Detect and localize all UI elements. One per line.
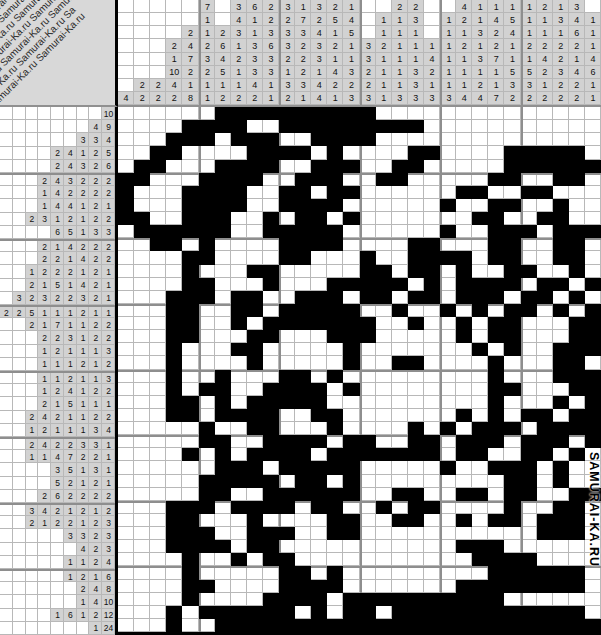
grid-cell-empty[interactable] [263,304,279,317]
grid-cell-empty[interactable] [537,383,553,396]
grid-cell-filled[interactable] [327,107,343,120]
grid-cell-filled[interactable] [537,580,553,593]
grid-cell-empty[interactable] [134,370,150,383]
grid-cell-filled[interactable] [311,107,327,120]
grid-cell-filled[interactable] [295,566,311,579]
grid-cell-filled[interactable] [488,619,504,632]
grid-cell-filled[interactable] [215,120,231,133]
grid-cell-filled[interactable] [504,501,520,514]
grid-cell-filled[interactable] [472,291,488,304]
grid-cell-filled[interactable] [279,317,295,330]
grid-cell-empty[interactable] [327,265,343,278]
grid-cell-empty[interactable] [537,488,553,501]
grid-cell-filled[interactable] [456,593,472,606]
grid-cell-empty[interactable] [199,619,215,632]
grid-cell-empty[interactable] [585,146,601,159]
grid-cell-empty[interactable] [376,540,392,553]
grid-cell-filled[interactable] [215,448,231,461]
grid-cell-empty[interactable] [295,422,311,435]
grid-cell-empty[interactable] [521,527,537,540]
grid-cell-filled[interactable] [199,580,215,593]
grid-cell-empty[interactable] [247,566,263,579]
grid-cell-filled[interactable] [343,186,359,199]
grid-cell-empty[interactable] [343,580,359,593]
grid-cell-filled[interactable] [166,370,182,383]
grid-cell-filled[interactable] [376,120,392,133]
grid-cell-filled[interactable] [199,540,215,553]
grid-cell-filled[interactable] [504,383,520,396]
grid-cell-empty[interactable] [569,540,585,553]
grid-cell-filled[interactable] [553,199,569,212]
grid-cell-empty[interactable] [472,514,488,527]
grid-cell-empty[interactable] [456,343,472,356]
grid-cell-empty[interactable] [150,540,166,553]
grid-cell-filled[interactable] [553,501,569,514]
grid-cell-empty[interactable] [360,553,376,566]
grid-cell-filled[interactable] [295,120,311,133]
grid-cell-filled[interactable] [215,396,231,409]
grid-cell-filled[interactable] [263,527,279,540]
grid-cell-filled[interactable] [215,488,231,501]
grid-cell-empty[interactable] [182,370,198,383]
grid-cell-empty[interactable] [150,304,166,317]
grid-cell-empty[interactable] [166,186,182,199]
grid-cell-filled[interactable] [553,422,569,435]
grid-cell-filled[interactable] [504,330,520,343]
grid-cell-empty[interactable] [360,356,376,369]
grid-cell-empty[interactable] [537,370,553,383]
grid-cell-empty[interactable] [182,619,198,632]
grid-cell-filled[interactable] [343,107,359,120]
grid-cell-empty[interactable] [279,475,295,488]
grid-cell-empty[interactable] [215,278,231,291]
grid-cell-filled[interactable] [569,173,585,186]
grid-cell-empty[interactable] [279,514,295,527]
grid-cell-empty[interactable] [392,580,408,593]
grid-cell-empty[interactable] [569,435,585,448]
grid-cell-empty[interactable] [440,133,456,146]
grid-cell-filled[interactable] [311,619,327,632]
grid-cell-empty[interactable] [182,160,198,173]
grid-cell-empty[interactable] [134,540,150,553]
grid-cell-empty[interactable] [521,370,537,383]
grid-cell-empty[interactable] [472,330,488,343]
grid-cell-filled[interactable] [263,317,279,330]
grid-cell-empty[interactable] [247,488,263,501]
grid-cell-empty[interactable] [537,133,553,146]
grid-cell-empty[interactable] [376,580,392,593]
grid-cell-filled[interactable] [215,409,231,422]
grid-cell-filled[interactable] [327,238,343,251]
grid-cell-filled[interactable] [488,212,504,225]
grid-cell-filled[interactable] [166,540,182,553]
grid-cell-empty[interactable] [424,343,440,356]
grid-cell-filled[interactable] [585,330,601,343]
grid-cell-filled[interactable] [424,435,440,448]
grid-cell-filled[interactable] [569,448,585,461]
grid-cell-empty[interactable] [343,553,359,566]
grid-cell-empty[interactable] [327,212,343,225]
grid-cell-empty[interactable] [472,527,488,540]
grid-cell-filled[interactable] [472,186,488,199]
grid-cell-empty[interactable] [472,238,488,251]
grid-cell-filled[interactable] [166,343,182,356]
grid-cell-empty[interactable] [504,370,520,383]
grid-cell-empty[interactable] [440,409,456,422]
grid-cell-filled[interactable] [199,422,215,435]
grid-cell-empty[interactable] [247,370,263,383]
grid-cell-empty[interactable] [360,475,376,488]
grid-cell-empty[interactable] [504,396,520,409]
grid-cell-empty[interactable] [424,475,440,488]
grid-cell-empty[interactable] [392,370,408,383]
grid-cell-filled[interactable] [488,199,504,212]
grid-cell-filled[interactable] [231,186,247,199]
grid-cell-empty[interactable] [440,107,456,120]
grid-cell-filled[interactable] [392,488,408,501]
grid-cell-filled[interactable] [279,527,295,540]
grid-cell-filled[interactable] [537,448,553,461]
grid-cell-filled[interactable] [376,448,392,461]
grid-cell-empty[interactable] [215,593,231,606]
grid-cell-filled[interactable] [118,173,134,186]
grid-cell-empty[interactable] [118,619,134,632]
grid-cell-empty[interactable] [488,501,504,514]
grid-cell-empty[interactable] [311,553,327,566]
grid-cell-empty[interactable] [247,225,263,238]
grid-cell-filled[interactable] [376,291,392,304]
grid-cell-filled[interactable] [488,173,504,186]
grid-cell-empty[interactable] [311,186,327,199]
grid-cell-filled[interactable] [569,160,585,173]
grid-cell-empty[interactable] [166,107,182,120]
grid-cell-empty[interactable] [247,580,263,593]
grid-cell-empty[interactable] [263,186,279,199]
grid-cell-empty[interactable] [182,146,198,159]
grid-cell-empty[interactable] [343,501,359,514]
grid-cell-filled[interactable] [553,146,569,159]
grid-cell-filled[interactable] [311,580,327,593]
grid-cell-empty[interactable] [327,343,343,356]
grid-cell-empty[interactable] [360,514,376,527]
grid-cell-empty[interactable] [360,186,376,199]
grid-cell-filled[interactable] [247,527,263,540]
grid-cell-filled[interactable] [569,370,585,383]
grid-cell-filled[interactable] [569,422,585,435]
grid-cell-empty[interactable] [182,383,198,396]
grid-cell-filled[interactable] [279,304,295,317]
grid-cell-filled[interactable] [585,225,601,238]
grid-cell-filled[interactable] [488,225,504,238]
grid-cell-filled[interactable] [263,265,279,278]
grid-cell-filled[interactable] [343,461,359,474]
grid-cell-filled[interactable] [182,409,198,422]
grid-cell-empty[interactable] [150,133,166,146]
grid-cell-filled[interactable] [166,304,182,317]
grid-cell-empty[interactable] [150,566,166,579]
grid-cell-empty[interactable] [150,278,166,291]
grid-cell-filled[interactable] [585,435,601,448]
grid-cell-filled[interactable] [311,606,327,619]
grid-cell-filled[interactable] [488,330,504,343]
grid-cell-empty[interactable] [408,304,424,317]
grid-cell-filled[interactable] [182,265,198,278]
grid-cell-filled[interactable] [199,278,215,291]
grid-cell-empty[interactable] [488,448,504,461]
grid-cell-empty[interactable] [392,291,408,304]
grid-cell-filled[interactable] [553,461,569,474]
grid-cell-empty[interactable] [376,435,392,448]
grid-cell-empty[interactable] [553,540,569,553]
grid-cell-empty[interactable] [537,304,553,317]
grid-cell-empty[interactable] [488,160,504,173]
grid-cell-empty[interactable] [263,173,279,186]
grid-cell-empty[interactable] [553,448,569,461]
grid-cell-filled[interactable] [263,133,279,146]
grid-cell-filled[interactable] [247,343,263,356]
grid-cell-empty[interactable] [279,422,295,435]
grid-cell-empty[interactable] [553,553,569,566]
grid-cell-filled[interactable] [569,383,585,396]
grid-cell-empty[interactable] [456,133,472,146]
grid-cell-filled[interactable] [472,593,488,606]
grid-cell-filled[interactable] [231,475,247,488]
grid-cell-empty[interactable] [472,133,488,146]
grid-cell-empty[interactable] [585,133,601,146]
grid-cell-empty[interactable] [166,553,182,566]
grid-cell-empty[interactable] [311,370,327,383]
grid-cell-empty[interactable] [231,212,247,225]
grid-cell-empty[interactable] [150,488,166,501]
grid-cell-filled[interactable] [360,265,376,278]
grid-cell-empty[interactable] [456,370,472,383]
grid-cell-empty[interactable] [456,566,472,579]
grid-cell-empty[interactable] [311,330,327,343]
grid-cell-filled[interactable] [166,330,182,343]
grid-cell-filled[interactable] [327,120,343,133]
grid-cell-filled[interactable] [231,553,247,566]
grid-cell-empty[interactable] [521,317,537,330]
grid-cell-empty[interactable] [327,606,343,619]
grid-cell-empty[interactable] [376,475,392,488]
grid-cell-empty[interactable] [118,120,134,133]
grid-cell-filled[interactable] [456,278,472,291]
grid-cell-empty[interactable] [376,606,392,619]
grid-cell-filled[interactable] [537,146,553,159]
grid-cell-filled[interactable] [472,435,488,448]
grid-cell-filled[interactable] [327,133,343,146]
grid-cell-empty[interactable] [134,383,150,396]
grid-cell-filled[interactable] [166,396,182,409]
grid-cell-filled[interactable] [488,422,504,435]
grid-cell-empty[interactable] [376,212,392,225]
grid-cell-empty[interactable] [569,186,585,199]
grid-cell-empty[interactable] [504,212,520,225]
grid-cell-filled[interactable] [247,501,263,514]
grid-cell-filled[interactable] [521,304,537,317]
grid-cell-empty[interactable] [150,422,166,435]
grid-cell-filled[interactable] [311,160,327,173]
grid-cell-empty[interactable] [521,199,537,212]
grid-cell-empty[interactable] [118,133,134,146]
grid-cell-filled[interactable] [327,160,343,173]
grid-cell-filled[interactable] [311,173,327,186]
grid-cell-empty[interactable] [360,409,376,422]
grid-cell-empty[interactable] [118,107,134,120]
grid-cell-filled[interactable] [231,199,247,212]
grid-cell-filled[interactable] [295,448,311,461]
grid-cell-filled[interactable] [360,435,376,448]
grid-cell-filled[interactable] [456,619,472,632]
grid-cell-filled[interactable] [424,606,440,619]
grid-cell-empty[interactable] [150,435,166,448]
grid-cell-filled[interactable] [199,527,215,540]
grid-cell-empty[interactable] [553,488,569,501]
grid-cell-filled[interactable] [569,409,585,422]
grid-cell-empty[interactable] [134,146,150,159]
grid-cell-filled[interactable] [569,291,585,304]
grid-cell-empty[interactable] [343,173,359,186]
grid-cell-empty[interactable] [440,186,456,199]
grid-cell-filled[interactable] [376,619,392,632]
grid-cell-filled[interactable] [472,448,488,461]
grid-cell-filled[interactable] [327,330,343,343]
grid-cell-empty[interactable] [134,265,150,278]
grid-cell-filled[interactable] [553,173,569,186]
grid-cell-filled[interactable] [456,488,472,501]
grid-cell-filled[interactable] [408,160,424,173]
grid-cell-empty[interactable] [150,251,166,264]
grid-cell-filled[interactable] [182,199,198,212]
grid-cell-empty[interactable] [376,330,392,343]
grid-cell-empty[interactable] [118,409,134,422]
grid-cell-empty[interactable] [424,107,440,120]
grid-cell-filled[interactable] [199,606,215,619]
grid-cell-empty[interactable] [569,553,585,566]
grid-cell-filled[interactable] [569,527,585,540]
grid-cell-empty[interactable] [569,278,585,291]
grid-cell-filled[interactable] [279,488,295,501]
grid-cell-filled[interactable] [408,606,424,619]
grid-cell-filled[interactable] [553,212,569,225]
grid-cell-filled[interactable] [376,593,392,606]
grid-cell-filled[interactable] [231,343,247,356]
grid-cell-empty[interactable] [295,133,311,146]
grid-cell-filled[interactable] [263,501,279,514]
grid-cell-empty[interactable] [521,501,537,514]
grid-cell-filled[interactable] [488,593,504,606]
grid-cell-filled[interactable] [247,514,263,527]
grid-cell-empty[interactable] [327,356,343,369]
grid-cell-filled[interactable] [537,160,553,173]
grid-cell-empty[interactable] [360,173,376,186]
grid-cell-empty[interactable] [311,146,327,159]
grid-cell-empty[interactable] [360,566,376,579]
grid-cell-empty[interactable] [424,461,440,474]
grid-cell-filled[interactable] [569,146,585,159]
grid-cell-empty[interactable] [521,540,537,553]
grid-cell-empty[interactable] [215,566,231,579]
grid-cell-filled[interactable] [343,160,359,173]
grid-cell-empty[interactable] [504,291,520,304]
grid-cell-filled[interactable] [279,238,295,251]
grid-cell-empty[interactable] [295,514,311,527]
grid-cell-filled[interactable] [360,133,376,146]
grid-cell-filled[interactable] [440,619,456,632]
grid-cell-filled[interactable] [166,501,182,514]
grid-cell-empty[interactable] [166,120,182,133]
grid-cell-filled[interactable] [327,488,343,501]
grid-cell-empty[interactable] [199,553,215,566]
grid-cell-empty[interactable] [231,527,247,540]
grid-cell-filled[interactable] [456,186,472,199]
grid-cell-empty[interactable] [166,212,182,225]
grid-cell-filled[interactable] [327,580,343,593]
grid-cell-empty[interactable] [456,107,472,120]
grid-cell-empty[interactable] [295,606,311,619]
grid-cell-filled[interactable] [472,343,488,356]
grid-cell-filled[interactable] [360,120,376,133]
grid-cell-empty[interactable] [553,317,569,330]
grid-cell-empty[interactable] [504,448,520,461]
grid-cell-empty[interactable] [408,225,424,238]
grid-cell-filled[interactable] [166,409,182,422]
grid-cell-filled[interactable] [279,461,295,474]
grid-cell-filled[interactable] [263,396,279,409]
grid-cell-filled[interactable] [327,304,343,317]
grid-cell-filled[interactable] [488,291,504,304]
grid-cell-filled[interactable] [263,422,279,435]
grid-cell-filled[interactable] [182,291,198,304]
grid-cell-empty[interactable] [456,383,472,396]
grid-cell-empty[interactable] [134,488,150,501]
grid-cell-empty[interactable] [537,540,553,553]
grid-cell-empty[interactable] [199,448,215,461]
grid-cell-filled[interactable] [215,461,231,474]
grid-cell-empty[interactable] [263,566,279,579]
grid-cell-filled[interactable] [327,514,343,527]
grid-cell-filled[interactable] [392,304,408,317]
grid-cell-filled[interactable] [311,435,327,448]
grid-cell-empty[interactable] [231,265,247,278]
grid-cell-empty[interactable] [150,409,166,422]
grid-cell-filled[interactable] [472,606,488,619]
grid-cell-filled[interactable] [488,238,504,251]
grid-cell-filled[interactable] [521,265,537,278]
grid-cell-filled[interactable] [279,619,295,632]
grid-cell-filled[interactable] [360,317,376,330]
grid-cell-filled[interactable] [360,330,376,343]
grid-cell-empty[interactable] [424,160,440,173]
grid-cell-filled[interactable] [343,619,359,632]
grid-cell-filled[interactable] [182,501,198,514]
grid-cell-empty[interactable] [521,133,537,146]
grid-cell-empty[interactable] [247,120,263,133]
grid-cell-empty[interactable] [182,173,198,186]
grid-cell-filled[interactable] [553,566,569,579]
grid-cell-filled[interactable] [247,619,263,632]
grid-cell-empty[interactable] [263,120,279,133]
grid-cell-filled[interactable] [521,225,537,238]
grid-cell-empty[interactable] [456,501,472,514]
grid-cell-empty[interactable] [424,553,440,566]
grid-cell-empty[interactable] [118,553,134,566]
grid-cell-empty[interactable] [440,317,456,330]
grid-cell-filled[interactable] [472,540,488,553]
grid-cell-empty[interactable] [134,475,150,488]
grid-cell-filled[interactable] [424,593,440,606]
grid-cell-filled[interactable] [504,343,520,356]
